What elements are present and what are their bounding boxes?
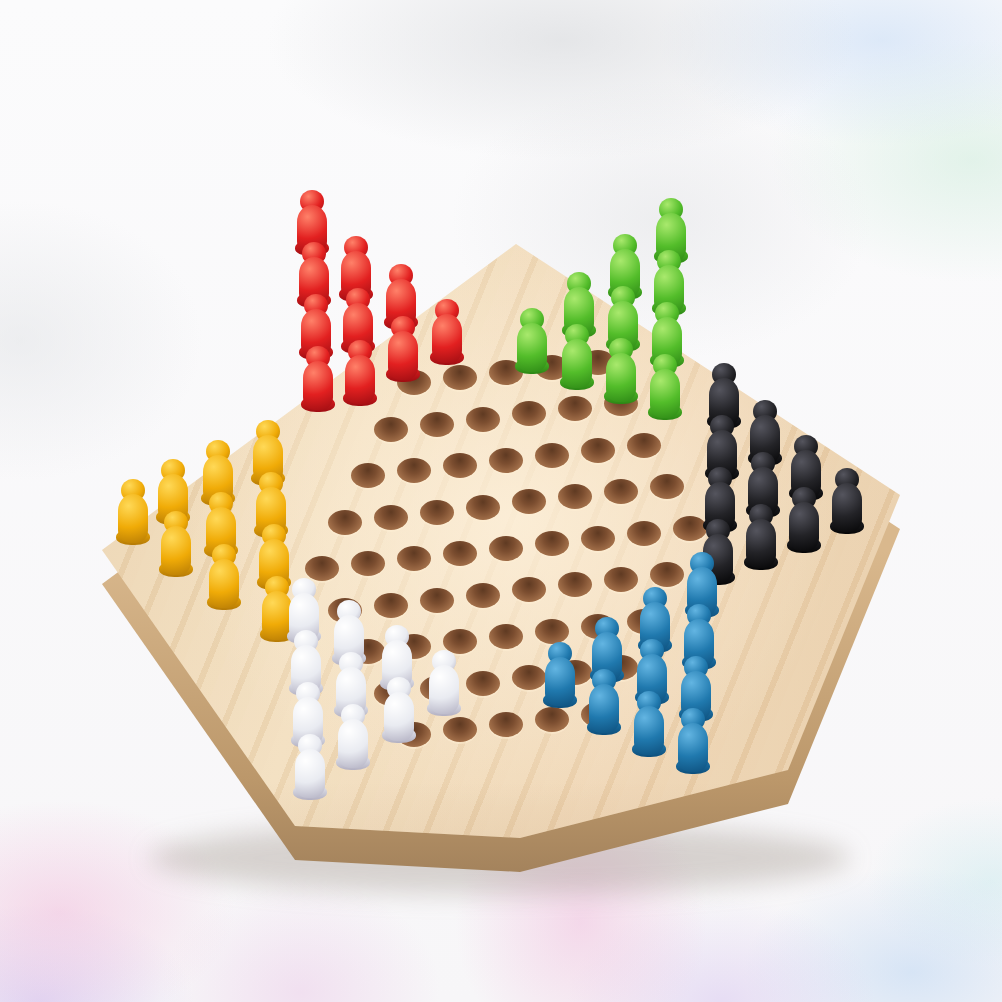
board-hole[interactable] (489, 536, 523, 561)
peg-body (388, 331, 418, 380)
board-hole[interactable] (374, 417, 408, 442)
peg-body (118, 494, 148, 543)
peg-blue[interactable] (545, 642, 575, 706)
board-hole[interactable] (466, 671, 500, 696)
board-hole[interactable] (466, 583, 500, 608)
board-hole[interactable] (466, 407, 500, 432)
peg-blue[interactable] (634, 691, 664, 755)
peg-body (338, 719, 368, 768)
board-hole[interactable] (397, 546, 431, 571)
peg-body (432, 314, 462, 363)
peg-green[interactable] (606, 338, 636, 402)
peg-white[interactable] (338, 704, 368, 768)
peg-yellow[interactable] (118, 479, 148, 543)
peg-body (161, 526, 191, 575)
board-hole[interactable] (374, 505, 408, 530)
peg-black[interactable] (832, 468, 862, 532)
board-hole[interactable] (443, 717, 477, 742)
peg-body (789, 502, 819, 551)
board-hole[interactable] (535, 531, 569, 556)
peg-green[interactable] (562, 324, 592, 388)
peg-blue[interactable] (589, 669, 619, 733)
board-hole[interactable] (627, 433, 661, 458)
board-hole[interactable] (374, 593, 408, 618)
board-hole[interactable] (489, 624, 523, 649)
peg-white[interactable] (429, 650, 459, 714)
peg-blue[interactable] (678, 708, 708, 772)
board-hole[interactable] (443, 453, 477, 478)
peg-body (517, 323, 547, 372)
board-hole[interactable] (443, 541, 477, 566)
peg-red[interactable] (388, 316, 418, 380)
board-hole[interactable] (673, 516, 707, 541)
board-hole[interactable] (420, 500, 454, 525)
board-hole[interactable] (535, 707, 569, 732)
peg-body (589, 684, 619, 733)
peg-body (634, 706, 664, 755)
peg-body (303, 361, 333, 410)
peg-red[interactable] (345, 340, 375, 404)
board-hole[interactable] (489, 712, 523, 737)
board-hole[interactable] (581, 438, 615, 463)
peg-green[interactable] (517, 308, 547, 372)
peg-body (746, 519, 776, 568)
peg-body (650, 369, 680, 418)
peg-white[interactable] (295, 734, 325, 798)
peg-white[interactable] (384, 677, 414, 741)
board-hole[interactable] (328, 510, 362, 535)
peg-body (429, 665, 459, 714)
board-hole[interactable] (351, 551, 385, 576)
peg-body (832, 483, 862, 532)
board-hole[interactable] (627, 521, 661, 546)
board-hole[interactable] (466, 495, 500, 520)
board-hole[interactable] (420, 588, 454, 613)
board-hole[interactable] (397, 458, 431, 483)
peg-green[interactable] (650, 354, 680, 418)
peg-body (678, 723, 708, 772)
chinese-checkers-board (0, 0, 1002, 1002)
peg-yellow[interactable] (161, 511, 191, 575)
peg-body (384, 692, 414, 741)
board-hole[interactable] (489, 448, 523, 473)
board-hole[interactable] (420, 412, 454, 437)
peg-body (345, 355, 375, 404)
peg-body (562, 339, 592, 388)
peg-body (545, 657, 575, 706)
board-hole[interactable] (581, 526, 615, 551)
board-hole[interactable] (351, 463, 385, 488)
peg-red[interactable] (303, 346, 333, 410)
peg-black[interactable] (789, 487, 819, 551)
board-hole[interactable] (443, 365, 477, 390)
peg-body (209, 559, 239, 608)
peg-body (606, 353, 636, 402)
peg-yellow[interactable] (209, 544, 239, 608)
board-hole[interactable] (535, 443, 569, 468)
board-hole[interactable] (535, 619, 569, 644)
peg-body (295, 749, 325, 798)
peg-black[interactable] (746, 504, 776, 568)
peg-yellow[interactable] (262, 576, 292, 640)
peg-red[interactable] (432, 299, 462, 363)
